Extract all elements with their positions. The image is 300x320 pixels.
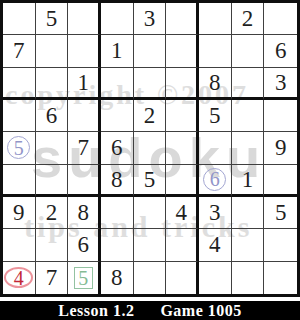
cell-r1c9: [264, 3, 297, 35]
given-digit: 7: [77, 136, 89, 159]
given-digit: 5: [275, 201, 287, 224]
sudoku-grid: 53271618362557698561928435644758: [0, 0, 300, 297]
given-digit: 9: [275, 136, 287, 159]
cell-r4c7: 5: [199, 100, 232, 132]
cell-r2c6: [166, 35, 199, 67]
cell-r7c7: 3: [199, 197, 232, 229]
cell-r5c6: [166, 132, 199, 164]
cell-r5c4: 6: [101, 132, 134, 164]
cell-r4c5: 2: [134, 100, 167, 132]
given-digit: 2: [144, 104, 156, 127]
caption-bar: Lesson 1.2 Game 1005: [0, 301, 300, 320]
cell-r8c4: [101, 229, 134, 261]
given-digit: 8: [111, 266, 123, 289]
cell-r6c7: 6: [199, 165, 232, 197]
cell-r3c2: [36, 68, 69, 100]
cell-r9c7: [199, 262, 232, 294]
cell-r1c5: 3: [134, 3, 167, 35]
cell-r9c8: [232, 262, 265, 294]
cell-r9c9: [264, 262, 297, 294]
cell-r2c5: [134, 35, 167, 67]
given-digit: 5: [209, 104, 221, 127]
cell-r5c9: 9: [264, 132, 297, 164]
given-digit: 5: [46, 7, 58, 30]
cell-r5c7: [199, 132, 232, 164]
cell-r2c4: 1: [101, 35, 134, 67]
cell-r4c1: [3, 100, 36, 132]
cell-r1c6: [166, 3, 199, 35]
cell-r4c2: 6: [36, 100, 69, 132]
box-green-digit: 5: [74, 267, 93, 289]
cell-r1c7: [199, 3, 232, 35]
cell-r9c1: 4: [3, 262, 36, 294]
given-digit: 8: [209, 71, 221, 94]
given-digit: 4: [175, 201, 187, 224]
cell-r6c1: [3, 165, 36, 197]
cell-r7c4: [101, 197, 134, 229]
cell-r5c2: [36, 132, 69, 164]
given-digit: 1: [111, 39, 123, 62]
cell-r9c2: 7: [36, 262, 69, 294]
given-digit: 3: [209, 201, 221, 224]
cell-r9c4: 8: [101, 262, 134, 294]
game-label: Game 1005: [160, 302, 241, 320]
cell-r7c6: 4: [166, 197, 199, 229]
cell-r7c2: 2: [36, 197, 69, 229]
cell-r5c1: 5: [3, 132, 36, 164]
cell-r3c4: [101, 68, 134, 100]
cell-r6c4: 8: [101, 165, 134, 197]
cell-r9c3: 5: [68, 262, 101, 294]
given-digit: 9: [13, 201, 25, 224]
cell-r6c3: [68, 165, 101, 197]
given-digit: 6: [77, 233, 89, 256]
cell-r1c4: [101, 3, 134, 35]
given-digit: 2: [46, 201, 58, 224]
cell-r7c3: 8: [68, 197, 101, 229]
cell-r3c7: 8: [199, 68, 232, 100]
cell-r5c5: [134, 132, 167, 164]
given-digit: 6: [46, 104, 58, 127]
cell-r4c3: [68, 100, 101, 132]
cell-r3c5: [134, 68, 167, 100]
given-digit: 3: [144, 7, 156, 30]
sudoku-page: copyright ©2007 sudoku tips and tricks 5…: [0, 0, 300, 320]
cell-r2c2: [36, 35, 69, 67]
cell-r9c5: [134, 262, 167, 294]
given-digit: 6: [111, 136, 123, 159]
given-digit: 8: [111, 168, 123, 191]
circle-blue-digit: 5: [7, 136, 30, 159]
cell-r7c5: [134, 197, 167, 229]
cell-r3c9: 3: [264, 68, 297, 100]
lesson-label: Lesson 1.2: [58, 302, 134, 320]
cell-r6c2: [36, 165, 69, 197]
cell-r7c1: 9: [3, 197, 36, 229]
cell-r3c6: [166, 68, 199, 100]
cell-r2c7: [199, 35, 232, 67]
cell-r3c3: 1: [68, 68, 101, 100]
cell-r4c6: [166, 100, 199, 132]
cell-r2c1: 7: [3, 35, 36, 67]
cell-r4c4: [101, 100, 134, 132]
cell-r1c8: 2: [232, 3, 265, 35]
cell-r1c2: 5: [36, 3, 69, 35]
cell-r8c5: [134, 229, 167, 261]
cell-r4c8: [232, 100, 265, 132]
given-digit: 7: [46, 266, 58, 289]
circle-blue-digit: 6: [203, 168, 226, 191]
cell-r2c9: 6: [264, 35, 297, 67]
cell-r9c6: [166, 262, 199, 294]
cell-r2c8: [232, 35, 265, 67]
cell-r8c6: [166, 229, 199, 261]
cell-r8c1: [3, 229, 36, 261]
given-digit: 1: [77, 71, 89, 94]
given-digit: 7: [13, 39, 25, 62]
sudoku-board: copyright ©2007 sudoku tips and tricks 5…: [0, 0, 300, 297]
given-digit: 4: [209, 233, 221, 256]
cell-r6c8: 1: [232, 165, 265, 197]
cell-r6c6: [166, 165, 199, 197]
cell-r7c9: 5: [264, 197, 297, 229]
cell-r8c2: [36, 229, 69, 261]
cell-r5c3: 7: [68, 132, 101, 164]
cell-r1c3: [68, 3, 101, 35]
cell-r3c1: [3, 68, 36, 100]
cell-r8c8: [232, 229, 265, 261]
given-digit: 2: [242, 7, 254, 30]
given-digit: 3: [275, 71, 287, 94]
given-digit: 6: [275, 39, 287, 62]
given-digit: 1: [242, 168, 254, 191]
cell-r8c7: 4: [199, 229, 232, 261]
cell-r8c3: 6: [68, 229, 101, 261]
given-digit: 5: [144, 168, 156, 191]
given-digit: 8: [77, 201, 89, 224]
oval-red-digit: 4: [4, 267, 33, 288]
cell-r3c8: [232, 68, 265, 100]
cell-r2c3: [68, 35, 101, 67]
cell-r6c5: 5: [134, 165, 167, 197]
cell-r5c8: [232, 132, 265, 164]
cell-r4c9: [264, 100, 297, 132]
cell-r8c9: [264, 229, 297, 261]
cell-r7c8: [232, 197, 265, 229]
cell-r6c9: [264, 165, 297, 197]
cell-r1c1: [3, 3, 36, 35]
